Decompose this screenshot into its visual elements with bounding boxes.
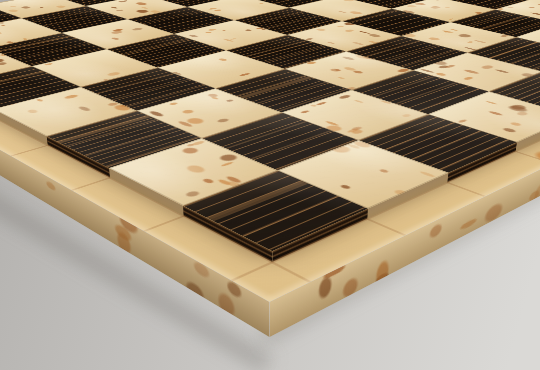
product-photo: Product photograph of an empty ebony and… (0, 0, 540, 370)
